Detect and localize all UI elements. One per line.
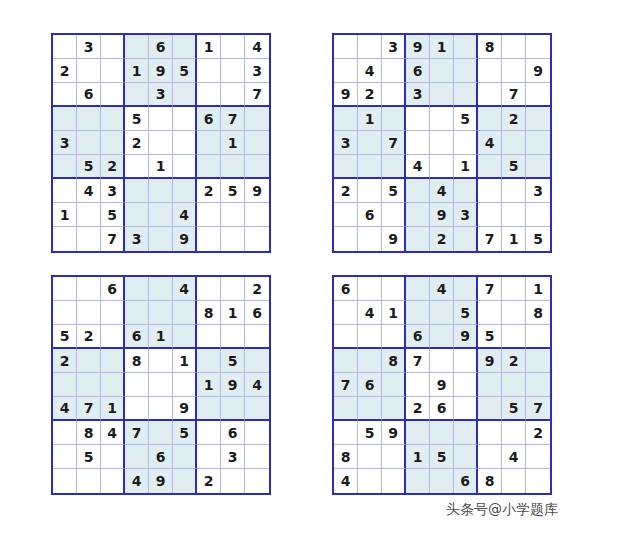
cell-r9c8-given[interactable]: 1 [502,227,526,251]
cell-r9c8-empty[interactable] [502,469,526,493]
cell-r1c1-empty[interactable] [53,35,77,59]
cell-r9c4-given[interactable]: 3 [125,227,149,251]
cell-r4c7-given[interactable]: 9 [478,349,502,373]
cell-r4c6-empty[interactable] [173,107,197,131]
cell-r8c6-given[interactable]: 3 [454,203,478,227]
cell-r7c8-given[interactable]: 5 [221,179,245,203]
cell-r9c3-empty[interactable] [382,469,406,493]
cell-r6c9-empty[interactable] [245,397,269,421]
cell-r1c3-given[interactable]: 3 [382,35,406,59]
cell-r9c4-given[interactable]: 4 [125,469,149,493]
cell-r1c8-empty[interactable] [221,277,245,301]
cell-r5c4-empty[interactable] [406,373,430,397]
cell-r8c4-given[interactable]: 1 [406,445,430,469]
cell-r9c5-given[interactable]: 2 [430,227,454,251]
cell-r3c9-empty[interactable] [245,325,269,349]
cell-r2c9-given[interactable]: 9 [526,59,550,83]
cell-r4c7-given[interactable]: 6 [197,107,221,131]
cell-r2c9-given[interactable]: 8 [526,301,550,325]
cell-r8c3-empty[interactable] [382,445,406,469]
cell-r5c4-empty[interactable] [406,131,430,155]
cell-r1c6-empty[interactable] [454,277,478,301]
cell-r7c7-empty[interactable] [478,421,502,445]
cell-r5c7-given[interactable]: 4 [478,131,502,155]
cell-r8c5-empty[interactable] [149,203,173,227]
cell-r6c3-empty[interactable] [382,397,406,421]
cell-r3c7-empty[interactable] [197,83,221,107]
cell-r8c4-empty[interactable] [125,203,149,227]
cell-r2c8-empty[interactable] [502,59,526,83]
cell-r9c1-given[interactable]: 4 [334,469,358,493]
cell-r7c6-empty[interactable] [454,179,478,203]
cell-r3c3-empty[interactable] [101,83,125,107]
cell-r7c5-empty[interactable] [149,421,173,445]
cell-r8c4-empty[interactable] [125,445,149,469]
cell-r5c3-empty[interactable] [382,373,406,397]
cell-r6c5-given[interactable]: 1 [149,155,173,179]
cell-r6c1-given[interactable]: 4 [53,397,77,421]
cell-r1c5-given[interactable]: 1 [430,35,454,59]
cell-r8c2-empty[interactable] [77,203,101,227]
cell-r8c5-given[interactable]: 5 [430,445,454,469]
cell-r5c5-given[interactable]: 9 [430,373,454,397]
cell-r3c7-empty[interactable] [478,83,502,107]
cell-r9c9-empty[interactable] [245,227,269,251]
cell-r7c7-given[interactable]: 2 [197,179,221,203]
cell-r8c9-empty[interactable] [526,203,550,227]
cell-r8c5-given[interactable]: 9 [430,203,454,227]
cell-r8c1-given[interactable]: 8 [334,445,358,469]
cell-r6c4-given[interactable]: 4 [406,155,430,179]
cell-r7c4-given[interactable]: 7 [125,421,149,445]
cell-r2c5-given[interactable]: 9 [149,59,173,83]
cell-r2c6-empty[interactable] [173,301,197,325]
cell-r9c7-empty[interactable] [197,227,221,251]
cell-r3c7-given[interactable]: 5 [478,325,502,349]
cell-r9c7-given[interactable]: 8 [478,469,502,493]
cell-r7c2-given[interactable]: 8 [77,421,101,445]
cell-r7c1-empty[interactable] [334,421,358,445]
cell-r4c5-empty[interactable] [149,349,173,373]
cell-r6c8-given[interactable]: 5 [502,155,526,179]
cell-r8c6-empty[interactable] [454,445,478,469]
cell-r1c3-given[interactable]: 6 [101,277,125,301]
cell-r2c7-empty[interactable] [478,59,502,83]
cell-r1c4-empty[interactable] [125,277,149,301]
cell-r1c7-empty[interactable] [197,277,221,301]
cell-r2c8-empty[interactable] [221,59,245,83]
cell-r6c4-given[interactable]: 2 [406,397,430,421]
cell-r8c1-empty[interactable] [53,445,77,469]
cell-r6c6-empty[interactable] [173,155,197,179]
cell-r9c2-empty[interactable] [358,227,382,251]
cell-r1c2-given[interactable]: 3 [77,35,101,59]
cell-r9c9-empty[interactable] [245,469,269,493]
cell-r1c2-empty[interactable] [358,277,382,301]
cell-r5c9-given[interactable]: 4 [245,373,269,397]
cell-r3c3-empty[interactable] [382,83,406,107]
cell-r4c4-given[interactable]: 7 [406,349,430,373]
cell-r1c2-empty[interactable] [358,35,382,59]
cell-r6c1-empty[interactable] [334,397,358,421]
cell-r8c2-empty[interactable] [358,445,382,469]
cell-r2c7-empty[interactable] [197,59,221,83]
cell-r6c3-given[interactable]: 1 [101,397,125,421]
cell-r3c1-given[interactable]: 5 [53,325,77,349]
cell-r1c7-given[interactable]: 8 [478,35,502,59]
cell-r6c2-given[interactable]: 7 [77,397,101,421]
cell-r9c6-given[interactable]: 6 [454,469,478,493]
cell-r1c9-given[interactable]: 1 [526,277,550,301]
cell-r5c7-given[interactable]: 1 [197,373,221,397]
cell-r9c7-given[interactable]: 7 [478,227,502,251]
cell-r5c1-given[interactable]: 7 [334,373,358,397]
cell-r7c6-given[interactable]: 5 [173,421,197,445]
cell-r7c5-empty[interactable] [430,421,454,445]
cell-r4c4-given[interactable]: 8 [125,349,149,373]
cell-r5c4-given[interactable]: 2 [125,131,149,155]
cell-r8c7-empty[interactable] [478,203,502,227]
cell-r5c9-empty[interactable] [245,131,269,155]
cell-r2c1-empty[interactable] [53,301,77,325]
cell-r8c5-given[interactable]: 6 [149,445,173,469]
cell-r1c1-empty[interactable] [53,277,77,301]
cell-r8c8-empty[interactable] [502,203,526,227]
cell-r1c8-empty[interactable] [502,35,526,59]
cell-r6c5-empty[interactable] [149,397,173,421]
cell-r4c8-given[interactable]: 5 [221,349,245,373]
cell-r3c8-empty[interactable] [502,325,526,349]
cell-r4c3-empty[interactable] [101,107,125,131]
cell-r2c8-given[interactable]: 1 [221,301,245,325]
cell-r7c9-given[interactable]: 2 [526,421,550,445]
cell-r7c4-empty[interactable] [406,421,430,445]
cell-r1c5-given[interactable]: 4 [430,277,454,301]
cell-r2c4-empty[interactable] [406,301,430,325]
cell-r8c9-empty[interactable] [245,445,269,469]
cell-r4c2-empty[interactable] [77,349,101,373]
cell-r9c5-empty[interactable] [430,469,454,493]
cell-r5c2-empty[interactable] [77,373,101,397]
cell-r3c9-empty[interactable] [526,83,550,107]
cell-r3c8-given[interactable]: 7 [502,83,526,107]
cell-r6c8-empty[interactable] [221,155,245,179]
cell-r6c9-empty[interactable] [245,155,269,179]
cell-r9c4-empty[interactable] [406,227,430,251]
cell-r4c3-given[interactable]: 8 [382,349,406,373]
cell-r8c6-given[interactable]: 4 [173,203,197,227]
cell-r2c3-empty[interactable] [382,59,406,83]
cell-r6c7-empty[interactable] [478,155,502,179]
cell-r7c8-empty[interactable] [502,179,526,203]
cell-r3c4-given[interactable]: 6 [406,325,430,349]
cell-r9c5-given[interactable]: 9 [149,469,173,493]
cell-r7c6-empty[interactable] [454,421,478,445]
cell-r6c7-empty[interactable] [197,155,221,179]
cell-r3c8-empty[interactable] [221,325,245,349]
cell-r2c6-given[interactable]: 5 [454,301,478,325]
cell-r7c9-given[interactable]: 3 [526,179,550,203]
cell-r4c1-empty[interactable] [334,349,358,373]
cell-r5c3-empty[interactable] [101,131,125,155]
cell-r4c1-empty[interactable] [53,107,77,131]
cell-r5c5-empty[interactable] [430,131,454,155]
cell-r6c3-given[interactable]: 2 [101,155,125,179]
cell-r3c5-given[interactable]: 3 [149,83,173,107]
cell-r2c8-empty[interactable] [502,301,526,325]
cell-r3c2-given[interactable]: 2 [358,83,382,107]
cell-r4c6-given[interactable]: 1 [173,349,197,373]
cell-r4c6-empty[interactable] [454,349,478,373]
cell-r8c9-empty[interactable] [245,203,269,227]
cell-r8c7-empty[interactable] [197,203,221,227]
cell-r7c4-empty[interactable] [406,179,430,203]
cell-r4c2-empty[interactable] [77,107,101,131]
cell-r8c8-empty[interactable] [221,203,245,227]
cell-r4c7-empty[interactable] [478,107,502,131]
cell-r6c1-empty[interactable] [53,155,77,179]
cell-r6c2-empty[interactable] [358,155,382,179]
cell-r2c2-empty[interactable] [77,59,101,83]
cell-r1c9-given[interactable]: 2 [245,277,269,301]
cell-r7c8-given[interactable]: 6 [221,421,245,445]
cell-r4c8-given[interactable]: 7 [221,107,245,131]
cell-r3c8-empty[interactable] [221,83,245,107]
cell-r2c6-empty[interactable] [454,59,478,83]
cell-r2c1-given[interactable]: 2 [53,59,77,83]
cell-r8c1-given[interactable]: 1 [53,203,77,227]
cell-r8c3-empty[interactable] [382,203,406,227]
cell-r7c7-empty[interactable] [478,179,502,203]
cell-r4c3-empty[interactable] [382,107,406,131]
cell-r1c4-given[interactable]: 9 [406,35,430,59]
cell-r1c5-empty[interactable] [149,277,173,301]
cell-r5c7-empty[interactable] [197,131,221,155]
cell-r5c8-empty[interactable] [502,373,526,397]
cell-r2c1-empty[interactable] [334,301,358,325]
cell-r5c2-given[interactable]: 6 [358,373,382,397]
cell-r1c7-given[interactable]: 7 [478,277,502,301]
cell-r2c3-given[interactable]: 1 [382,301,406,325]
cell-r9c6-empty[interactable] [173,469,197,493]
cell-r4c5-empty[interactable] [430,107,454,131]
cell-r7c8-empty[interactable] [502,421,526,445]
cell-r9c1-empty[interactable] [53,469,77,493]
cell-r9c3-given[interactable]: 7 [101,227,125,251]
cell-r1c6-given[interactable]: 4 [173,277,197,301]
cell-r7c1-empty[interactable] [53,179,77,203]
cell-r6c2-empty[interactable] [358,397,382,421]
cell-r9c9-empty[interactable] [526,469,550,493]
cell-r9c8-empty[interactable] [221,469,245,493]
cell-r9c4-empty[interactable] [406,469,430,493]
cell-r1c1-empty[interactable] [334,35,358,59]
cell-r6c9-given[interactable]: 7 [526,397,550,421]
cell-r4c5-empty[interactable] [430,349,454,373]
cell-r2c9-given[interactable]: 6 [245,301,269,325]
cell-r8c7-empty[interactable] [478,445,502,469]
cell-r5c4-empty[interactable] [125,373,149,397]
cell-r3c5-given[interactable]: 1 [149,325,173,349]
cell-r7c9-empty[interactable] [245,421,269,445]
cell-r1c2-empty[interactable] [77,277,101,301]
cell-r7c9-given[interactable]: 9 [245,179,269,203]
cell-r4c1-empty[interactable] [334,107,358,131]
cell-r9c2-empty[interactable] [358,469,382,493]
cell-r7c2-given[interactable]: 4 [77,179,101,203]
cell-r1c1-given[interactable]: 6 [334,277,358,301]
cell-r5c6-empty[interactable] [173,131,197,155]
cell-r5c3-given[interactable]: 7 [382,131,406,155]
cell-r2c7-empty[interactable] [478,301,502,325]
cell-r3c5-empty[interactable] [430,325,454,349]
cell-r7c3-given[interactable]: 9 [382,421,406,445]
cell-r4c9-empty[interactable] [526,107,550,131]
cell-r5c6-empty[interactable] [173,373,197,397]
cell-r1c3-empty[interactable] [382,277,406,301]
cell-r2c2-given[interactable]: 4 [358,301,382,325]
cell-r1c6-empty[interactable] [454,35,478,59]
cell-r9c7-given[interactable]: 2 [197,469,221,493]
cell-r7c3-given[interactable]: 4 [101,421,125,445]
cell-r5c1-given[interactable]: 3 [53,131,77,155]
cell-r8c2-given[interactable]: 6 [358,203,382,227]
cell-r3c2-given[interactable]: 2 [77,325,101,349]
cell-r6c4-empty[interactable] [125,397,149,421]
cell-r6c1-empty[interactable] [334,155,358,179]
cell-r5c7-empty[interactable] [478,373,502,397]
cell-r7c1-empty[interactable] [53,421,77,445]
cell-r2c5-empty[interactable] [430,301,454,325]
cell-r6c7-empty[interactable] [197,397,221,421]
cell-r2c3-empty[interactable] [101,301,125,325]
cell-r3c6-empty[interactable] [454,83,478,107]
cell-r3c6-empty[interactable] [173,83,197,107]
cell-r9c3-given[interactable]: 9 [382,227,406,251]
cell-r7c5-empty[interactable] [149,179,173,203]
cell-r1c6-empty[interactable] [173,35,197,59]
cell-r5c2-empty[interactable] [358,131,382,155]
cell-r5c5-empty[interactable] [149,373,173,397]
cell-r9c9-given[interactable]: 5 [526,227,550,251]
cell-r3c3-empty[interactable] [101,325,125,349]
cell-r5c9-empty[interactable] [526,131,550,155]
cell-r3c3-empty[interactable] [382,325,406,349]
cell-r4c3-empty[interactable] [101,349,125,373]
cell-r3c6-given[interactable]: 9 [454,325,478,349]
cell-r2c5-empty[interactable] [149,301,173,325]
cell-r1c4-empty[interactable] [125,35,149,59]
cell-r3c1-empty[interactable] [334,325,358,349]
cell-r2c4-given[interactable]: 6 [406,59,430,83]
cell-r3c4-given[interactable]: 3 [406,83,430,107]
cell-r3c2-empty[interactable] [358,325,382,349]
cell-r5c6-empty[interactable] [454,373,478,397]
cell-r4c7-empty[interactable] [197,349,221,373]
cell-r2c7-given[interactable]: 8 [197,301,221,325]
cell-r4c1-given[interactable]: 2 [53,349,77,373]
cell-r9c6-given[interactable]: 9 [173,227,197,251]
cell-r7c6-empty[interactable] [173,179,197,203]
cell-r9c1-empty[interactable] [334,227,358,251]
cell-r3c7-empty[interactable] [197,325,221,349]
cell-r3c5-empty[interactable] [430,83,454,107]
cell-r6c6-given[interactable]: 1 [454,155,478,179]
cell-r4c4-given[interactable]: 5 [125,107,149,131]
cell-r2c3-empty[interactable] [101,59,125,83]
cell-r3c9-given[interactable]: 7 [245,83,269,107]
cell-r1c3-empty[interactable] [101,35,125,59]
cell-r1c5-given[interactable]: 6 [149,35,173,59]
cell-r4c8-given[interactable]: 2 [502,349,526,373]
cell-r4c9-empty[interactable] [526,349,550,373]
cell-r7c3-given[interactable]: 5 [382,179,406,203]
cell-r4c2-given[interactable]: 1 [358,107,382,131]
cell-r9c6-empty[interactable] [454,227,478,251]
cell-r9c2-empty[interactable] [77,469,101,493]
cell-r7c4-empty[interactable] [125,179,149,203]
cell-r2c6-given[interactable]: 5 [173,59,197,83]
cell-r5c1-empty[interactable] [53,373,77,397]
cell-r2c5-empty[interactable] [430,59,454,83]
cell-r9c1-empty[interactable] [53,227,77,251]
cell-r1c7-given[interactable]: 1 [197,35,221,59]
cell-r2c2-given[interactable]: 4 [358,59,382,83]
cell-r6c5-empty[interactable] [430,155,454,179]
cell-r3c2-given[interactable]: 6 [77,83,101,107]
cell-r7c3-given[interactable]: 3 [101,179,125,203]
cell-r6c6-given[interactable]: 9 [173,397,197,421]
cell-r8c8-given[interactable]: 4 [502,445,526,469]
cell-r1c8-empty[interactable] [221,35,245,59]
cell-r4c4-empty[interactable] [406,107,430,131]
cell-r7c1-given[interactable]: 2 [334,179,358,203]
cell-r7c2-given[interactable]: 5 [358,421,382,445]
cell-r5c1-given[interactable]: 3 [334,131,358,155]
cell-r5c8-empty[interactable] [502,131,526,155]
cell-r9c2-empty[interactable] [77,227,101,251]
cell-r2c2-empty[interactable] [77,301,101,325]
cell-r6c6-empty[interactable] [454,397,478,421]
cell-r8c3-empty[interactable] [101,445,125,469]
cell-r5c2-empty[interactable] [77,131,101,155]
cell-r7c5-given[interactable]: 4 [430,179,454,203]
cell-r5c5-empty[interactable] [149,131,173,155]
cell-r8c7-empty[interactable] [197,445,221,469]
cell-r6c2-given[interactable]: 5 [77,155,101,179]
cell-r6c9-empty[interactable] [526,155,550,179]
cell-r2c4-empty[interactable] [125,301,149,325]
cell-r6c7-empty[interactable] [478,397,502,421]
cell-r7c7-empty[interactable] [197,421,221,445]
cell-r9c3-empty[interactable] [101,469,125,493]
cell-r9c5-empty[interactable] [149,227,173,251]
cell-r3c6-empty[interactable] [173,325,197,349]
cell-r6c3-empty[interactable] [382,155,406,179]
cell-r3c9-empty[interactable] [526,325,550,349]
cell-r4c8-given[interactable]: 2 [502,107,526,131]
cell-r5c6-empty[interactable] [454,131,478,155]
cell-r5c8-given[interactable]: 1 [221,131,245,155]
cell-r4c5-empty[interactable] [149,107,173,131]
cell-r6c5-given[interactable]: 6 [430,397,454,421]
cell-r1c9-empty[interactable] [526,35,550,59]
cell-r6c8-empty[interactable] [221,397,245,421]
cell-r8c4-empty[interactable] [406,203,430,227]
cell-r6c8-given[interactable]: 5 [502,397,526,421]
cell-r1c9-given[interactable]: 4 [245,35,269,59]
cell-r4c9-empty[interactable] [245,107,269,131]
